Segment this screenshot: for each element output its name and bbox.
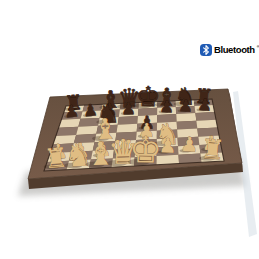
- chessboard: ♜♝♛♚♝♞♜♟♟♟♟♟♟♟♞♟♝♟♞♟♟♟♟♟♟♟♜♞♝♛♚♜: [0, 0, 259, 259]
- registered-mark: ®: [257, 44, 259, 49]
- square-h5[interactable]: [196, 120, 217, 129]
- bluetooth-icon: [200, 44, 212, 56]
- piece-black-pawn-f7[interactable]: ♟: [159, 97, 174, 116]
- piece-white-king-e1[interactable]: ♚: [129, 129, 162, 171]
- piece-black-pawn-g7[interactable]: ♟: [178, 96, 194, 116]
- square-a5[interactable]: [56, 127, 78, 136]
- piece-black-pawn-h7[interactable]: ♟: [197, 95, 213, 115]
- piece-white-rook-h1[interactable]: ♜: [200, 133, 226, 166]
- bluetooth-label: Bluetooth: [214, 43, 255, 56]
- piece-black-pawn-a7[interactable]: ♟: [64, 101, 80, 121]
- bluetooth-badge: Bluetooth ®: [200, 43, 259, 56]
- piece-black-pawn-d7[interactable]: ♟: [121, 99, 136, 118]
- product-photo: ♜♝♛♚♝♞♜♟♟♟♟♟♟♟♞♟♝♟♞♟♟♟♟♟♟♟♜♞♝♛♚♜ Bluetoo…: [0, 0, 259, 259]
- piece-white-pawn-g2[interactable]: ♟: [180, 132, 199, 157]
